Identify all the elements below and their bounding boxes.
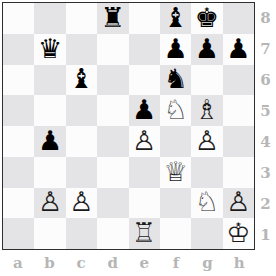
square-a6[interactable] (3, 65, 34, 96)
chess-diagram: ♜♝♚♛♟♟♟♝♞♟♘♗♟♙♙♕♙♙♘♙♖♔ 87654321 abcdefgh (0, 0, 276, 276)
black-rook: ♜ (101, 4, 125, 31)
rank-label-5: 5 (255, 95, 276, 126)
square-b4[interactable]: ♟ (34, 126, 65, 157)
white-bishop: ♗ (195, 96, 219, 123)
square-b1[interactable] (34, 218, 65, 249)
square-f6[interactable]: ♞ (160, 65, 191, 96)
white-rook: ♖ (132, 219, 156, 246)
square-d3[interactable] (97, 157, 128, 188)
square-c5[interactable] (66, 95, 97, 126)
square-d5[interactable] (97, 95, 128, 126)
rank-label-7: 7 (255, 33, 276, 64)
white-pawn: ♙ (195, 127, 219, 154)
square-c4[interactable] (66, 126, 97, 157)
square-d7[interactable] (97, 34, 128, 65)
white-pawn: ♙ (69, 188, 93, 215)
rank-label-1: 1 (255, 219, 276, 250)
rank-labels: 87654321 (255, 2, 276, 250)
chess-board: ♜♝♚♛♟♟♟♝♞♟♘♗♟♙♙♕♙♙♘♙♖♔ (2, 2, 255, 250)
square-f2[interactable] (160, 188, 191, 219)
white-knight: ♘ (195, 188, 219, 215)
square-f7[interactable]: ♟ (160, 34, 191, 65)
square-h5[interactable] (223, 95, 254, 126)
white-pawn: ♙ (132, 127, 156, 154)
square-h8[interactable] (223, 3, 254, 34)
file-label-f: f (160, 250, 192, 276)
black-pawn: ♟ (163, 35, 187, 62)
square-h7[interactable]: ♟ (223, 34, 254, 65)
square-e4[interactable]: ♙ (129, 126, 160, 157)
square-f4[interactable] (160, 126, 191, 157)
square-c1[interactable] (66, 218, 97, 249)
square-g2[interactable]: ♘ (191, 188, 222, 219)
square-b7[interactable]: ♛ (34, 34, 65, 65)
square-c8[interactable] (66, 3, 97, 34)
rank-label-4: 4 (255, 126, 276, 157)
square-d6[interactable] (97, 65, 128, 96)
square-c2[interactable]: ♙ (66, 188, 97, 219)
white-king: ♔ (226, 219, 250, 246)
square-h6[interactable] (223, 65, 254, 96)
square-c7[interactable] (66, 34, 97, 65)
file-label-a: a (2, 250, 34, 276)
file-label-b: b (34, 250, 66, 276)
square-e7[interactable] (129, 34, 160, 65)
black-knight: ♞ (163, 65, 187, 92)
rank-label-6: 6 (255, 64, 276, 95)
square-h2[interactable]: ♙ (223, 188, 254, 219)
file-label-c: c (65, 250, 97, 276)
square-e2[interactable] (129, 188, 160, 219)
square-g1[interactable] (191, 218, 222, 249)
square-g5[interactable]: ♗ (191, 95, 222, 126)
square-c6[interactable]: ♝ (66, 65, 97, 96)
square-e6[interactable] (129, 65, 160, 96)
square-b2[interactable]: ♙ (34, 188, 65, 219)
white-knight: ♘ (163, 96, 187, 123)
rank-label-3: 3 (255, 157, 276, 188)
square-f8[interactable]: ♝ (160, 3, 191, 34)
square-c3[interactable] (66, 157, 97, 188)
square-a8[interactable] (3, 3, 34, 34)
square-h3[interactable] (223, 157, 254, 188)
white-queen: ♕ (163, 158, 187, 185)
black-bishop: ♝ (163, 4, 187, 31)
white-pawn: ♙ (226, 188, 250, 215)
file-label-d: d (97, 250, 129, 276)
rank-label-8: 8 (255, 2, 276, 33)
black-king: ♚ (195, 4, 219, 31)
file-label-g: g (192, 250, 224, 276)
square-e1[interactable]: ♖ (129, 218, 160, 249)
rank-label-2: 2 (255, 188, 276, 219)
black-pawn: ♟ (132, 96, 156, 123)
square-b5[interactable] (34, 95, 65, 126)
square-b6[interactable] (34, 65, 65, 96)
square-a1[interactable] (3, 218, 34, 249)
black-pawn: ♟ (38, 127, 62, 154)
black-bishop: ♝ (69, 65, 93, 92)
square-a4[interactable] (3, 126, 34, 157)
square-g8[interactable]: ♚ (191, 3, 222, 34)
square-f3[interactable]: ♕ (160, 157, 191, 188)
square-a3[interactable] (3, 157, 34, 188)
square-a5[interactable] (3, 95, 34, 126)
square-e5[interactable]: ♟ (129, 95, 160, 126)
square-a7[interactable] (3, 34, 34, 65)
black-pawn: ♟ (226, 35, 250, 62)
square-b8[interactable] (34, 3, 65, 34)
file-label-e: e (129, 250, 161, 276)
square-g4[interactable]: ♙ (191, 126, 222, 157)
square-g6[interactable] (191, 65, 222, 96)
square-g7[interactable]: ♟ (191, 34, 222, 65)
square-f1[interactable] (160, 218, 191, 249)
square-h4[interactable] (223, 126, 254, 157)
file-labels: abcdefgh (2, 250, 255, 276)
file-label-h: h (223, 250, 255, 276)
black-pawn: ♟ (195, 35, 219, 62)
square-b3[interactable] (34, 157, 65, 188)
square-d8[interactable]: ♜ (97, 3, 128, 34)
square-h1[interactable]: ♔ (223, 218, 254, 249)
square-d2[interactable] (97, 188, 128, 219)
square-a2[interactable] (3, 188, 34, 219)
square-e3[interactable] (129, 157, 160, 188)
white-pawn: ♙ (38, 188, 62, 215)
square-e8[interactable] (129, 3, 160, 34)
square-d4[interactable] (97, 126, 128, 157)
square-g3[interactable] (191, 157, 222, 188)
square-d1[interactable] (97, 218, 128, 249)
black-queen: ♛ (38, 35, 62, 62)
square-f5[interactable]: ♘ (160, 95, 191, 126)
